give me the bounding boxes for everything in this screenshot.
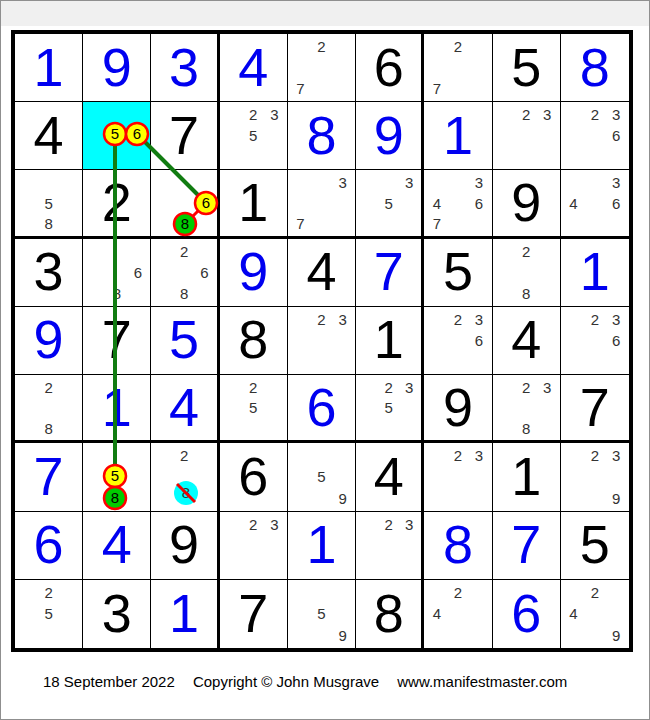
cell-r4c6[interactable]: 7 [356, 239, 424, 307]
solved-digit: 6 [306, 380, 336, 434]
cell-r7c9[interactable]: 239 [561, 443, 629, 511]
cell-r2c5[interactable]: 8 [288, 102, 356, 170]
cell-r4c9[interactable]: 1 [561, 239, 629, 307]
given-digit: 6 [238, 449, 268, 503]
candidate-digit: 2 [311, 309, 332, 330]
cell-r7c3[interactable]: 2 [151, 443, 219, 511]
solved-digit: 9 [374, 108, 404, 162]
candidate-digit: 2 [447, 582, 468, 603]
candidate-grid: 249 [561, 580, 629, 648]
candidate-grid: 2 [151, 443, 216, 510]
given-digit: 4 [511, 312, 541, 366]
candidate-digit: 9 [606, 487, 627, 508]
candidate-digit: 2 [447, 445, 468, 466]
cell-r7c4[interactable]: 6 [220, 443, 288, 511]
given-digit: 9 [169, 517, 199, 571]
solved-digit: 3 [169, 40, 199, 94]
candidate-digit: 3 [264, 514, 285, 535]
cell-r1c5[interactable]: 27 [288, 34, 356, 102]
candidate-digit: 7 [290, 78, 311, 99]
candidate-digit: 3 [606, 172, 627, 192]
candidate-digit: 6 [194, 262, 214, 283]
cell-r6c8[interactable]: 238 [493, 375, 561, 443]
cell-r8c3[interactable]: 9 [151, 512, 219, 580]
candidate-digit: 7 [290, 213, 311, 233]
solved-digit: 8 [443, 517, 473, 571]
candidate-digit: 2 [311, 36, 332, 57]
cell-r7c5[interactable]: 59 [288, 443, 356, 511]
cell-r2c2[interactable] [83, 102, 151, 170]
candidate-grid: 25 [15, 580, 82, 648]
cell-r9c9[interactable]: 249 [561, 580, 629, 648]
solved-digit: 1 [443, 108, 473, 162]
solved-digit: 8 [306, 108, 336, 162]
solved-digit: 4 [169, 380, 199, 434]
given-digit: 5 [580, 517, 610, 571]
candidate-digit: 8 [106, 283, 127, 304]
cell-r1c2[interactable]: 9 [83, 34, 151, 102]
candidate-digit: 2 [243, 377, 264, 397]
cell-r4c3[interactable]: 268 [151, 239, 219, 307]
cell-r3c1[interactable]: 58 [15, 170, 83, 238]
solved-digit: 1 [102, 380, 132, 434]
cell-r3c6[interactable]: 35 [356, 170, 424, 238]
solved-digit: 6 [511, 586, 541, 640]
candidate-digit: 7 [426, 78, 447, 99]
candidate-digit: 3 [332, 309, 353, 330]
candidate-digit: 3 [399, 172, 419, 192]
cell-r2c7[interactable]: 1 [424, 102, 492, 170]
candidate-digit: 8 [516, 418, 537, 438]
candidate-grid: 23 [493, 102, 560, 169]
cell-r6c4[interactable]: 25 [220, 375, 288, 443]
cell-r1c4[interactable]: 4 [220, 34, 288, 102]
cell-r4c1[interactable]: 3 [15, 239, 83, 307]
cell-r7c1[interactable]: 7 [15, 443, 83, 511]
candidate-digit: 8 [516, 283, 537, 304]
candidate-digit: 3 [537, 377, 558, 397]
candidate-digit: 9 [606, 625, 627, 646]
cell-r5c4[interactable]: 8 [220, 307, 288, 375]
candidate-digit: 3 [468, 172, 489, 192]
candidate-digit: 5 [379, 193, 399, 213]
cell-r7c7[interactable]: 23 [424, 443, 492, 511]
cell-r2c1[interactable]: 4 [15, 102, 83, 170]
given-digit: 5 [511, 40, 541, 94]
given-digit: 6 [374, 40, 404, 94]
cell-r2c4[interactable]: 235 [220, 102, 288, 170]
candidate-digit: 8 [38, 418, 59, 438]
candidate-digit: 3 [332, 172, 353, 192]
candidate-grid: 239 [561, 443, 629, 510]
candidate-digit: 3 [606, 309, 627, 330]
cell-r9c8[interactable]: 6 [493, 580, 561, 648]
cell-r6c1[interactable]: 28 [15, 375, 83, 443]
cell-r5c6[interactable]: 1 [356, 307, 424, 375]
candidate-grid: 58 [15, 170, 82, 235]
candidate-grid: 37 [288, 170, 355, 235]
cell-r3c5[interactable]: 37 [288, 170, 356, 238]
given-digit: 9 [443, 380, 473, 434]
cell-r3c9[interactable]: 346 [561, 170, 629, 238]
cell-r3c7[interactable]: 3467 [424, 170, 492, 238]
candidate-digit: 8 [38, 213, 59, 233]
solved-digit: 9 [34, 312, 64, 366]
candidate-digit: 2 [516, 377, 537, 397]
candidate-digit: 5 [38, 193, 59, 213]
candidate-grid: 59 [288, 443, 355, 510]
cell-r3c8[interactable]: 9 [493, 170, 561, 238]
candidate-grid: 3467 [424, 170, 491, 235]
given-digit: 2 [102, 175, 132, 229]
footer-copyright: Copyright © John Musgrave [193, 673, 379, 690]
given-digit: 4 [306, 244, 336, 298]
candidate-digit: 5 [311, 466, 332, 487]
solved-digit: 6 [34, 517, 64, 571]
solved-digit: 1 [169, 586, 199, 640]
cell-r2c9[interactable]: 236 [561, 102, 629, 170]
candidate-grid: 235 [356, 375, 421, 440]
cell-r8c9[interactable]: 5 [561, 512, 629, 580]
solved-digit: 9 [238, 244, 268, 298]
cell-r8c5[interactable]: 1 [288, 512, 356, 580]
candidate-digit: 4 [426, 193, 447, 213]
cell-r6c6[interactable]: 235 [356, 375, 424, 443]
given-digit: 9 [511, 175, 541, 229]
candidate-digit: 6 [606, 125, 627, 146]
candidate-grid: 238 [493, 375, 560, 440]
solved-digit: 1 [34, 40, 64, 94]
page-canvas: 1934276275847235891232365821373534679346… [0, 0, 650, 720]
cell-r9c5[interactable]: 59 [288, 580, 356, 648]
cell-r9c2[interactable]: 3 [83, 580, 151, 648]
cell-r7c6[interactable]: 4 [356, 443, 424, 511]
solved-digit: 7 [374, 244, 404, 298]
cell-r7c2[interactable] [83, 443, 151, 511]
footer-website: www.manifestmaster.com [397, 673, 567, 690]
candidate-digit: 3 [537, 104, 558, 125]
solved-digit: 1 [580, 244, 610, 298]
candidate-grid: 68 [83, 239, 150, 306]
candidate-grid: 236 [424, 307, 491, 374]
cell-r2c6[interactable]: 9 [356, 102, 424, 170]
candidate-digit: 8 [174, 283, 194, 304]
candidate-grid: 235 [220, 102, 287, 169]
given-digit: 8 [238, 312, 268, 366]
candidate-digit: 2 [447, 309, 468, 330]
candidate-grid: 27 [424, 34, 491, 101]
cell-r1c8[interactable]: 5 [493, 34, 561, 102]
cell-r9c1[interactable]: 25 [15, 580, 83, 648]
cell-r5c3[interactable]: 5 [151, 307, 219, 375]
cell-r6c3[interactable]: 4 [151, 375, 219, 443]
given-digit: 7 [169, 108, 199, 162]
cell-r3c3[interactable] [151, 170, 219, 238]
given-digit: 1 [374, 312, 404, 366]
candidate-digit: 2 [584, 309, 605, 330]
candidate-grid: 59 [288, 580, 355, 648]
cell-r8c6[interactable]: 23 [356, 512, 424, 580]
cell-r5c8[interactable]: 4 [493, 307, 561, 375]
candidate-digit: 3 [399, 514, 419, 535]
solved-digit: 4 [102, 517, 132, 571]
solved-digit: 9 [102, 40, 132, 94]
cell-r3c4[interactable]: 1 [220, 170, 288, 238]
candidate-grid: 25 [220, 375, 287, 440]
candidate-grid: 23 [288, 307, 355, 374]
cell-r8c8[interactable]: 7 [493, 512, 561, 580]
candidate-digit: 5 [243, 398, 264, 418]
given-digit: 3 [102, 586, 132, 640]
candidate-digit: 5 [38, 603, 59, 624]
solved-digit: 7 [511, 517, 541, 571]
sudoku-board: 1934276275847235891232365821373534679346… [11, 30, 633, 652]
candidate-digit: 2 [243, 514, 264, 535]
solved-digit: 1 [306, 517, 336, 571]
given-digit: 7 [238, 586, 268, 640]
cell-r5c1[interactable]: 9 [15, 307, 83, 375]
cell-r4c5[interactable]: 4 [288, 239, 356, 307]
candidate-grid: 28 [493, 239, 560, 306]
cell-r4c8[interactable]: 28 [493, 239, 561, 307]
candidate-grid: 35 [356, 170, 421, 235]
given-digit: 1 [511, 449, 541, 503]
candidate-digit: 3 [399, 377, 419, 397]
candidate-digit: 4 [563, 193, 584, 213]
candidate-digit: 2 [379, 377, 399, 397]
candidate-grid: 24 [424, 580, 491, 648]
cell-r9c6[interactable]: 8 [356, 580, 424, 648]
cell-r2c8[interactable]: 23 [493, 102, 561, 170]
candidate-digit: 2 [174, 241, 194, 262]
solved-digit: 4 [238, 40, 268, 94]
cell-r3c2[interactable]: 2 [83, 170, 151, 238]
candidate-digit: 2 [516, 241, 537, 262]
candidate-grid: 236 [561, 102, 629, 169]
cell-r9c7[interactable]: 24 [424, 580, 492, 648]
candidate-digit: 6 [606, 330, 627, 351]
candidate-digit: 2 [379, 514, 399, 535]
candidate-digit: 2 [243, 104, 264, 125]
given-digit: 4 [34, 108, 64, 162]
candidate-digit: 6 [127, 262, 148, 283]
candidate-digit: 9 [332, 625, 353, 646]
cell-r8c7[interactable]: 8 [424, 512, 492, 580]
given-digit: 1 [238, 175, 268, 229]
candidate-digit: 3 [606, 445, 627, 466]
cell-r9c3[interactable]: 1 [151, 580, 219, 648]
candidate-digit: 2 [584, 104, 605, 125]
candidate-digit: 2 [584, 445, 605, 466]
cell-r1c9[interactable]: 8 [561, 34, 629, 102]
candidate-digit: 5 [379, 398, 399, 418]
candidate-digit: 2 [516, 104, 537, 125]
cell-r5c5[interactable]: 23 [288, 307, 356, 375]
candidate-digit: 5 [243, 125, 264, 146]
candidate-digit: 3 [468, 445, 489, 466]
candidate-digit: 4 [563, 603, 584, 624]
solved-digit: 8 [580, 40, 610, 94]
candidate-grid: 346 [561, 170, 629, 235]
candidate-digit: 2 [584, 582, 605, 603]
candidate-digit: 2 [174, 445, 194, 466]
cell-r1c3[interactable]: 3 [151, 34, 219, 102]
candidate-grid: 28 [15, 375, 82, 440]
top-bar [1, 1, 650, 26]
footer: 18 September 2022 Copyright © John Musgr… [43, 673, 567, 690]
candidate-grid: 236 [561, 307, 629, 374]
candidate-grid: 268 [151, 239, 216, 306]
candidate-grid: 27 [288, 34, 355, 101]
candidate-digit: 6 [606, 193, 627, 213]
given-digit: 7 [102, 312, 132, 366]
candidate-grid: 23 [424, 443, 491, 510]
cell-r5c9[interactable]: 236 [561, 307, 629, 375]
cell-r4c2[interactable]: 68 [83, 239, 151, 307]
cell-r8c2[interactable]: 4 [83, 512, 151, 580]
candidate-grid: 23 [356, 512, 421, 579]
cell-r1c7[interactable]: 27 [424, 34, 492, 102]
solved-digit: 5 [169, 312, 199, 366]
candidate-digit: 3 [264, 104, 285, 125]
cell-r4c4[interactable]: 9 [220, 239, 288, 307]
cell-r8c4[interactable]: 23 [220, 512, 288, 580]
given-digit: 4 [374, 449, 404, 503]
cell-r6c9[interactable]: 7 [561, 375, 629, 443]
candidate-digit: 7 [426, 213, 447, 233]
cell-r9c4[interactable]: 7 [220, 580, 288, 648]
given-digit: 8 [374, 586, 404, 640]
candidate-digit: 6 [468, 193, 489, 213]
solved-digit: 7 [34, 449, 64, 503]
candidate-digit: 3 [468, 309, 489, 330]
candidate-digit: 9 [332, 487, 353, 508]
cell-r8c1[interactable]: 6 [15, 512, 83, 580]
cell-r7c8[interactable]: 1 [493, 443, 561, 511]
candidate-digit: 3 [606, 104, 627, 125]
candidate-digit: 4 [426, 603, 447, 624]
cell-r2c3[interactable]: 7 [151, 102, 219, 170]
given-digit: 5 [443, 244, 473, 298]
candidate-digit: 2 [447, 36, 468, 57]
candidate-digit: 5 [311, 603, 332, 624]
given-digit: 7 [580, 380, 610, 434]
cell-r6c5[interactable]: 6 [288, 375, 356, 443]
cell-r5c7[interactable]: 236 [424, 307, 492, 375]
given-digit: 3 [34, 244, 64, 298]
candidate-digit: 2 [38, 582, 59, 603]
cell-r6c7[interactable]: 9 [424, 375, 492, 443]
candidate-grid: 23 [220, 512, 287, 579]
candidate-digit: 2 [38, 377, 59, 397]
cell-r5c2[interactable]: 7 [83, 307, 151, 375]
cell-r4c7[interactable]: 5 [424, 239, 492, 307]
footer-date: 18 September 2022 [43, 673, 175, 690]
cell-r6c2[interactable]: 1 [83, 375, 151, 443]
candidate-digit: 6 [468, 330, 489, 351]
cell-r1c1[interactable]: 1 [15, 34, 83, 102]
cell-r1c6[interactable]: 6 [356, 34, 424, 102]
